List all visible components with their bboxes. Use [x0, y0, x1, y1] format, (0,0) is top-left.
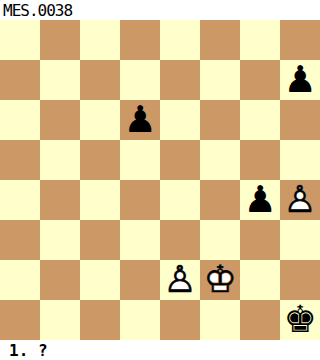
square-e3[interactable]	[160, 220, 200, 260]
chess-puzzle-page: MES.0038 ♟♟♟♟♙♟♙♚♔♚ 1. ?	[0, 0, 320, 360]
square-e6[interactable]	[160, 100, 200, 140]
move-prompt: 1. ?	[0, 340, 320, 360]
white-king[interactable]: ♚♔	[200, 260, 240, 300]
square-g1[interactable]	[240, 300, 280, 340]
square-d3[interactable]	[120, 220, 160, 260]
square-g4[interactable]: ♟	[240, 180, 280, 220]
square-h1[interactable]: ♚	[280, 300, 320, 340]
black-pawn-glyph: ♟	[120, 100, 160, 140]
square-g3[interactable]	[240, 220, 280, 260]
square-h3[interactable]	[280, 220, 320, 260]
square-c1[interactable]	[80, 300, 120, 340]
square-f5[interactable]	[200, 140, 240, 180]
white-pawn[interactable]: ♟♙	[160, 260, 200, 300]
square-c3[interactable]	[80, 220, 120, 260]
square-c7[interactable]	[80, 60, 120, 100]
square-f7[interactable]	[200, 60, 240, 100]
square-b4[interactable]	[40, 180, 80, 220]
square-h4[interactable]: ♟♙	[280, 180, 320, 220]
square-b6[interactable]	[40, 100, 80, 140]
white-king-outline: ♔	[200, 260, 240, 300]
black-king[interactable]: ♚	[280, 300, 320, 340]
square-a2[interactable]	[0, 260, 40, 300]
square-g2[interactable]	[240, 260, 280, 300]
square-b8[interactable]	[40, 20, 80, 60]
square-h8[interactable]	[280, 20, 320, 60]
square-h6[interactable]	[280, 100, 320, 140]
black-pawn[interactable]: ♟	[280, 60, 320, 100]
square-b3[interactable]	[40, 220, 80, 260]
black-pawn[interactable]: ♟	[120, 100, 160, 140]
square-e2[interactable]: ♟♙	[160, 260, 200, 300]
square-a1[interactable]	[0, 300, 40, 340]
square-d7[interactable]	[120, 60, 160, 100]
square-d5[interactable]	[120, 140, 160, 180]
square-d8[interactable]	[120, 20, 160, 60]
square-e7[interactable]	[160, 60, 200, 100]
square-b1[interactable]	[40, 300, 80, 340]
square-d2[interactable]	[120, 260, 160, 300]
square-h2[interactable]	[280, 260, 320, 300]
square-c2[interactable]	[80, 260, 120, 300]
diagram-title: MES.0038	[0, 0, 320, 20]
square-b5[interactable]	[40, 140, 80, 180]
square-f3[interactable]	[200, 220, 240, 260]
square-b2[interactable]	[40, 260, 80, 300]
square-a8[interactable]	[0, 20, 40, 60]
square-e5[interactable]	[160, 140, 200, 180]
square-a3[interactable]	[0, 220, 40, 260]
square-g5[interactable]	[240, 140, 280, 180]
square-h5[interactable]	[280, 140, 320, 180]
square-g7[interactable]	[240, 60, 280, 100]
square-c5[interactable]	[80, 140, 120, 180]
square-c6[interactable]	[80, 100, 120, 140]
black-pawn-glyph: ♟	[240, 180, 280, 220]
square-e1[interactable]	[160, 300, 200, 340]
square-a7[interactable]	[0, 60, 40, 100]
square-g8[interactable]	[240, 20, 280, 60]
square-e8[interactable]	[160, 20, 200, 60]
square-d6[interactable]: ♟	[120, 100, 160, 140]
square-h7[interactable]: ♟	[280, 60, 320, 100]
square-c4[interactable]	[80, 180, 120, 220]
square-c8[interactable]	[80, 20, 120, 60]
square-g6[interactable]	[240, 100, 280, 140]
square-f1[interactable]	[200, 300, 240, 340]
square-d4[interactable]	[120, 180, 160, 220]
chess-board: ♟♟♟♟♙♟♙♚♔♚	[0, 20, 320, 340]
square-f8[interactable]	[200, 20, 240, 60]
square-f4[interactable]	[200, 180, 240, 220]
black-pawn[interactable]: ♟	[240, 180, 280, 220]
white-pawn[interactable]: ♟♙	[280, 180, 320, 220]
square-b7[interactable]	[40, 60, 80, 100]
square-a6[interactable]	[0, 100, 40, 140]
white-pawn-outline: ♙	[160, 260, 200, 300]
square-f6[interactable]	[200, 100, 240, 140]
white-pawn-outline: ♙	[280, 180, 320, 220]
square-a5[interactable]	[0, 140, 40, 180]
square-f2[interactable]: ♚♔	[200, 260, 240, 300]
black-king-glyph: ♚	[280, 300, 320, 340]
square-e4[interactable]	[160, 180, 200, 220]
square-d1[interactable]	[120, 300, 160, 340]
square-a4[interactable]	[0, 180, 40, 220]
black-pawn-glyph: ♟	[280, 60, 320, 100]
